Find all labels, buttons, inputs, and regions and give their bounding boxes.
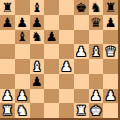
square-g5[interactable]: ♝ <box>89 44 104 59</box>
white-pawn-icon: ♟ <box>75 45 87 58</box>
square-h2[interactable]: ♟ <box>103 89 118 104</box>
square-b3[interactable] <box>15 74 30 89</box>
square-a4[interactable] <box>0 59 15 74</box>
black-pawn-icon: ♟ <box>31 16 43 29</box>
square-c7[interactable]: ♟ <box>30 15 45 30</box>
square-f4[interactable] <box>74 59 89 74</box>
square-e6[interactable] <box>59 30 74 45</box>
square-e4[interactable]: ♟ <box>59 59 74 74</box>
square-c4[interactable]: ♝ <box>30 59 45 74</box>
square-a5[interactable] <box>0 44 15 59</box>
square-b4[interactable] <box>15 59 30 74</box>
square-h5[interactable]: ♛ <box>103 44 118 59</box>
square-f1[interactable]: ♜ <box>74 103 89 118</box>
square-b2[interactable]: ♟ <box>15 89 30 104</box>
black-rook-icon: ♜ <box>105 1 117 14</box>
square-g2[interactable]: ♟ <box>89 89 104 104</box>
square-a6[interactable] <box>0 30 15 45</box>
square-e5[interactable] <box>59 44 74 59</box>
square-b6[interactable]: ♝ <box>15 30 30 45</box>
square-a3[interactable] <box>0 74 15 89</box>
chess-board: ♜♝♚♞♜♟♟♟♛♟♝♞♟♟♝♛♝♟♟♟♟♟♟♜♞♜♚ <box>0 0 120 120</box>
white-queen-icon: ♛ <box>105 45 117 58</box>
black-bishop-icon: ♝ <box>16 30 28 43</box>
square-a8[interactable]: ♜ <box>0 0 15 15</box>
square-d7[interactable] <box>44 15 59 30</box>
square-g3[interactable] <box>89 74 104 89</box>
white-king-icon: ♚ <box>90 104 102 117</box>
square-f2[interactable] <box>74 89 89 104</box>
square-h4[interactable] <box>103 59 118 74</box>
square-d2[interactable] <box>44 89 59 104</box>
black-pawn-icon: ♟ <box>46 30 58 43</box>
black-pawn-icon: ♟ <box>16 16 28 29</box>
square-c5[interactable] <box>30 44 45 59</box>
square-d4[interactable] <box>44 59 59 74</box>
square-f7[interactable] <box>74 15 89 30</box>
square-d8[interactable] <box>44 0 59 15</box>
square-b1[interactable]: ♞ <box>15 103 30 118</box>
white-knight-icon: ♞ <box>16 104 28 117</box>
square-c6[interactable]: ♞ <box>30 30 45 45</box>
square-h1[interactable] <box>103 103 118 118</box>
square-e3[interactable] <box>59 74 74 89</box>
square-g8[interactable]: ♞ <box>89 0 104 15</box>
black-pawn-icon: ♟ <box>2 16 14 29</box>
white-rook-icon: ♜ <box>2 104 14 117</box>
square-g1[interactable]: ♚ <box>89 103 104 118</box>
black-queen-icon: ♛ <box>90 16 102 29</box>
square-f8[interactable]: ♚ <box>74 0 89 15</box>
square-g4[interactable] <box>89 59 104 74</box>
black-king-icon: ♚ <box>75 1 87 14</box>
square-c1[interactable] <box>30 103 45 118</box>
square-a7[interactable]: ♟ <box>0 15 15 30</box>
white-pawn-icon: ♟ <box>90 89 102 102</box>
square-b8[interactable] <box>15 0 30 15</box>
square-f6[interactable] <box>74 30 89 45</box>
square-g7[interactable]: ♛ <box>89 15 104 30</box>
white-pawn-icon: ♟ <box>2 89 14 102</box>
square-e7[interactable] <box>59 15 74 30</box>
square-a2[interactable]: ♟ <box>0 89 15 104</box>
square-h8[interactable]: ♜ <box>103 0 118 15</box>
square-c3[interactable]: ♟ <box>30 74 45 89</box>
square-f3[interactable] <box>74 74 89 89</box>
white-bishop-icon: ♝ <box>90 45 102 58</box>
black-pawn-icon: ♟ <box>31 75 43 88</box>
square-b5[interactable] <box>15 44 30 59</box>
square-d5[interactable] <box>44 44 59 59</box>
square-h7[interactable]: ♟ <box>103 15 118 30</box>
square-h3[interactable] <box>103 74 118 89</box>
square-d6[interactable]: ♟ <box>44 30 59 45</box>
square-d3[interactable] <box>44 74 59 89</box>
square-e8[interactable] <box>59 0 74 15</box>
white-pawn-icon: ♟ <box>16 89 28 102</box>
white-rook-icon: ♜ <box>75 104 87 117</box>
white-pawn-icon: ♟ <box>105 89 117 102</box>
square-h6[interactable] <box>103 30 118 45</box>
black-bishop-icon: ♝ <box>31 1 43 14</box>
square-f5[interactable]: ♟ <box>74 44 89 59</box>
square-d1[interactable] <box>44 103 59 118</box>
square-g6[interactable] <box>89 30 104 45</box>
square-a1[interactable]: ♜ <box>0 103 15 118</box>
white-bishop-icon: ♝ <box>31 60 43 73</box>
square-e1[interactable] <box>59 103 74 118</box>
black-pawn-icon: ♟ <box>105 16 117 29</box>
black-rook-icon: ♜ <box>2 1 14 14</box>
square-e2[interactable] <box>59 89 74 104</box>
square-c8[interactable]: ♝ <box>30 0 45 15</box>
square-c2[interactable] <box>30 89 45 104</box>
chess-board-grid: ♜♝♚♞♜♟♟♟♛♟♝♞♟♟♝♛♝♟♟♟♟♟♟♜♞♜♚ <box>0 0 118 118</box>
white-pawn-icon: ♟ <box>61 60 73 73</box>
black-knight-icon: ♞ <box>90 1 102 14</box>
square-b7[interactable]: ♟ <box>15 15 30 30</box>
black-knight-icon: ♞ <box>31 30 43 43</box>
